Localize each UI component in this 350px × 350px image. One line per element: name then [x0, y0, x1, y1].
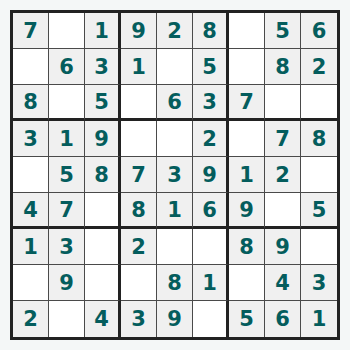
cell-r3c3: 5 [85, 85, 121, 121]
cell-r5c6: 9 [193, 157, 229, 193]
cell-r9c2[interactable] [49, 301, 85, 337]
cell-r1c8: 5 [265, 13, 301, 49]
cell-r4c6: 2 [193, 121, 229, 157]
cell-r7c8: 9 [265, 229, 301, 265]
cell-r2c7[interactable] [229, 49, 265, 85]
cell-r5c1[interactable] [13, 157, 49, 193]
cell-r2c6: 5 [193, 49, 229, 85]
cell-r7c2: 3 [49, 229, 85, 265]
cell-r5c5: 3 [157, 157, 193, 193]
cell-r4c7[interactable] [229, 121, 265, 157]
cell-r1c2[interactable] [49, 13, 85, 49]
cell-r9c4: 3 [121, 301, 157, 337]
cell-r3c6: 3 [193, 85, 229, 121]
cell-r5c3: 8 [85, 157, 121, 193]
cell-r6c1: 4 [13, 193, 49, 229]
cell-r4c8: 7 [265, 121, 301, 157]
cell-r5c9[interactable] [301, 157, 337, 193]
cell-r5c2: 5 [49, 157, 85, 193]
cell-r6c7: 9 [229, 193, 265, 229]
cell-r1c7[interactable] [229, 13, 265, 49]
cell-r6c6: 6 [193, 193, 229, 229]
cell-r3c2[interactable] [49, 85, 85, 121]
cell-r2c1[interactable] [13, 49, 49, 85]
cell-r9c7: 5 [229, 301, 265, 337]
cell-r9c3: 4 [85, 301, 121, 337]
cell-r1c6: 8 [193, 13, 229, 49]
cell-r4c5[interactable] [157, 121, 193, 157]
cell-r7c9[interactable] [301, 229, 337, 265]
cell-r2c2: 6 [49, 49, 85, 85]
cell-r7c5[interactable] [157, 229, 193, 265]
cell-r8c1[interactable] [13, 265, 49, 301]
cell-r8c7[interactable] [229, 265, 265, 301]
sudoku-board: 7192856631582856373192785873912478169513… [10, 10, 340, 340]
cell-r3c1: 8 [13, 85, 49, 121]
cell-r3c9[interactable] [301, 85, 337, 121]
cell-r9c1: 2 [13, 301, 49, 337]
cell-r9c6[interactable] [193, 301, 229, 337]
cell-r3c7: 7 [229, 85, 265, 121]
cell-r6c5: 1 [157, 193, 193, 229]
cell-r1c9: 6 [301, 13, 337, 49]
cell-r3c4[interactable] [121, 85, 157, 121]
cell-r8c2: 9 [49, 265, 85, 301]
cell-r8c4[interactable] [121, 265, 157, 301]
cell-r2c3: 3 [85, 49, 121, 85]
cell-r5c4: 7 [121, 157, 157, 193]
cell-r4c9: 8 [301, 121, 337, 157]
cell-r7c4: 2 [121, 229, 157, 265]
cell-r7c3[interactable] [85, 229, 121, 265]
cell-r6c9: 5 [301, 193, 337, 229]
cell-r6c4: 8 [121, 193, 157, 229]
cell-r2c4: 1 [121, 49, 157, 85]
cell-r2c9: 2 [301, 49, 337, 85]
cell-r8c6: 1 [193, 265, 229, 301]
cell-r9c5: 9 [157, 301, 193, 337]
cell-r9c8: 6 [265, 301, 301, 337]
cell-r9c9: 1 [301, 301, 337, 337]
cell-r6c3[interactable] [85, 193, 121, 229]
cell-r2c8: 8 [265, 49, 301, 85]
cell-r3c5: 6 [157, 85, 193, 121]
cell-r8c5: 8 [157, 265, 193, 301]
cell-r6c2: 7 [49, 193, 85, 229]
cell-r7c6[interactable] [193, 229, 229, 265]
cell-r3c8[interactable] [265, 85, 301, 121]
cell-r4c2: 1 [49, 121, 85, 157]
cell-r8c8: 4 [265, 265, 301, 301]
cell-r1c1: 7 [13, 13, 49, 49]
cell-r6c8[interactable] [265, 193, 301, 229]
cell-r1c4: 9 [121, 13, 157, 49]
cell-r7c7: 8 [229, 229, 265, 265]
cell-r7c1: 1 [13, 229, 49, 265]
cell-r2c5[interactable] [157, 49, 193, 85]
cell-r1c5: 2 [157, 13, 193, 49]
page-background: 7192856631582856373192785873912478169513… [0, 0, 350, 350]
cell-r8c9: 3 [301, 265, 337, 301]
cell-r5c7: 1 [229, 157, 265, 193]
cell-r4c1: 3 [13, 121, 49, 157]
cell-r8c3[interactable] [85, 265, 121, 301]
cell-r1c3: 1 [85, 13, 121, 49]
cell-r4c4[interactable] [121, 121, 157, 157]
cell-r4c3: 9 [85, 121, 121, 157]
cell-r5c8: 2 [265, 157, 301, 193]
